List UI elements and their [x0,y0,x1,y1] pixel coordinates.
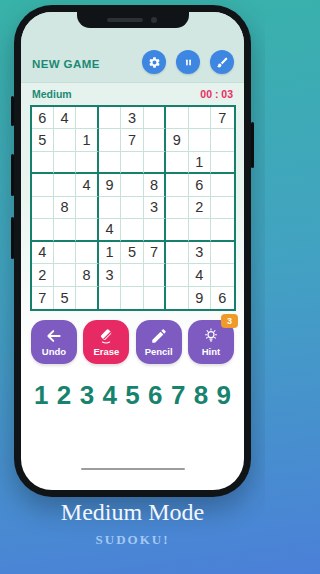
cell-r3c6[interactable] [144,152,166,174]
numpad-7[interactable]: 7 [171,379,185,411]
speaker-slot [107,18,143,22]
timer: 00 : 03 [200,88,233,100]
cell-r4c9[interactable] [211,174,233,196]
cell-r1c9[interactable]: 7 [211,107,233,129]
cell-r2c1[interactable]: 5 [32,129,54,151]
cell-r5c2[interactable]: 8 [54,197,76,219]
undo-label: Undo [42,346,66,357]
pencil-button[interactable]: Pencil [136,320,182,364]
cell-r7c5[interactable]: 5 [121,242,143,264]
undo-button[interactable]: Undo [31,320,77,364]
cell-r5c8[interactable]: 2 [189,197,211,219]
cell-r7c2[interactable] [54,242,76,264]
power-button [251,122,254,168]
numpad-5[interactable]: 5 [125,379,139,411]
cell-r4c1[interactable] [32,174,54,196]
brush-icon [216,56,229,69]
cell-r7c4[interactable]: 1 [99,242,121,264]
cell-r9c9[interactable]: 6 [211,287,233,309]
cell-r7c1[interactable]: 4 [32,242,54,264]
cell-r4c6[interactable]: 8 [144,174,166,196]
cell-r5c7[interactable] [166,197,188,219]
lightbulb-icon [202,327,220,345]
cell-r7c8[interactable]: 3 [189,242,211,264]
eraser-icon [97,327,115,345]
cell-r5c4[interactable] [99,197,121,219]
page-background: { "game": "sudoku", "position": "64..3..… [0,0,265,574]
cell-r6c9[interactable] [211,219,233,241]
cell-r1c5[interactable]: 3 [121,107,143,129]
undo-arrow-icon [45,327,63,345]
action-bar: Undo Erase Pencil 3 Hint [21,320,244,364]
cell-r8c4[interactable]: 3 [99,264,121,286]
page-title: NEW GAME [32,58,100,70]
cell-r2c5[interactable]: 7 [121,129,143,151]
cell-r1c1[interactable]: 6 [32,107,54,129]
cell-r2c3[interactable]: 1 [76,129,98,151]
cell-r9c6[interactable] [144,287,166,309]
cell-r4c8[interactable]: 6 [189,174,211,196]
cell-r4c2[interactable] [54,174,76,196]
cell-r9c8[interactable]: 9 [189,287,211,309]
home-indicator[interactable] [81,468,185,470]
hint-count-badge: 3 [221,314,238,328]
pencil-icon [150,327,168,345]
cell-r6c3[interactable] [76,219,98,241]
cell-r7c7[interactable] [166,242,188,264]
cell-r1c6[interactable] [144,107,166,129]
cell-r9c7[interactable] [166,287,188,309]
cell-r2c8[interactable] [189,129,211,151]
cell-r1c3[interactable] [76,107,98,129]
hint-label: Hint [202,346,220,357]
front-camera [151,17,157,23]
numpad-8[interactable]: 8 [194,379,208,411]
pencil-label: Pencil [145,346,173,357]
hint-button[interactable]: 3 Hint [188,320,234,364]
phone-screen: NEW GAME Medium 00 : 03 6437517914986832… [21,12,244,490]
caption-subtitle: SUDOKU! [0,532,265,548]
cell-r4c4[interactable]: 9 [99,174,121,196]
header-buttons [142,50,234,74]
phone-mockup: NEW GAME Medium 00 : 03 6437517914986832… [14,5,251,497]
numpad-1[interactable]: 1 [34,379,48,411]
cell-r7c3[interactable] [76,242,98,264]
cell-r6c1[interactable] [32,219,54,241]
cell-r9c1[interactable]: 7 [32,287,54,309]
cell-r3c9[interactable] [211,152,233,174]
cell-r5c5[interactable] [121,197,143,219]
cell-r6c5[interactable] [121,219,143,241]
cell-r9c2[interactable]: 5 [54,287,76,309]
cell-r8c1[interactable]: 2 [32,264,54,286]
cell-r3c8[interactable]: 1 [189,152,211,174]
cell-r5c3[interactable] [76,197,98,219]
cell-r5c6[interactable]: 3 [144,197,166,219]
cell-r2c7[interactable]: 9 [166,129,188,151]
caption: Medium Mode SUDOKU! [0,499,265,548]
cell-r8c9[interactable] [211,264,233,286]
cell-r3c2[interactable] [54,152,76,174]
cell-r5c1[interactable] [32,197,54,219]
erase-label: Erase [93,346,119,357]
cell-r2c6[interactable] [144,129,166,151]
cell-r1c4[interactable] [99,107,121,129]
cell-r6c4[interactable]: 4 [99,219,121,241]
cell-r2c2[interactable] [54,129,76,151]
cell-r3c4[interactable] [99,152,121,174]
cell-r7c6[interactable]: 7 [144,242,166,264]
numpad-4[interactable]: 4 [102,379,116,411]
numpad-6[interactable]: 6 [148,379,162,411]
cell-r8c7[interactable] [166,264,188,286]
pause-icon [182,56,195,69]
cell-r6c7[interactable] [166,219,188,241]
cell-r4c7[interactable] [166,174,188,196]
cell-r1c2[interactable]: 4 [54,107,76,129]
cell-r8c2[interactable] [54,264,76,286]
cell-r8c6[interactable] [144,264,166,286]
status-bar: Medium 00 : 03 [21,83,244,105]
numpad-2[interactable]: 2 [57,379,71,411]
phone-notch [77,12,189,28]
cell-r3c7[interactable] [166,152,188,174]
numpad-3[interactable]: 3 [80,379,94,411]
cell-r2c4[interactable] [99,129,121,151]
cell-r3c5[interactable] [121,152,143,174]
cell-r8c5[interactable] [121,264,143,286]
cell-r2c9[interactable] [211,129,233,151]
difficulty-label: Medium [32,88,72,100]
settings-button[interactable] [142,50,166,74]
pause-button[interactable] [176,50,200,74]
cell-r7c9[interactable] [211,242,233,264]
cell-r6c6[interactable] [144,219,166,241]
gear-icon [148,56,161,69]
sudoku-grid: 643751791498683244157328347596 [30,105,236,311]
theme-button[interactable] [210,50,234,74]
cell-r9c5[interactable] [121,287,143,309]
cell-r3c3[interactable] [76,152,98,174]
cell-r1c7[interactable] [166,107,188,129]
cell-r4c5[interactable] [121,174,143,196]
cell-r8c3[interactable]: 8 [76,264,98,286]
cell-r5c9[interactable] [211,197,233,219]
cell-r8c8[interactable]: 4 [189,264,211,286]
cell-r3c1[interactable] [32,152,54,174]
numpad-9[interactable]: 9 [217,379,231,411]
cell-r4c3[interactable]: 4 [76,174,98,196]
cell-r1c8[interactable] [189,107,211,129]
erase-button[interactable]: Erase [83,320,129,364]
cell-r6c2[interactable] [54,219,76,241]
numpad: 123456789 [21,379,244,411]
cell-r9c4[interactable] [99,287,121,309]
caption-title: Medium Mode [0,499,265,525]
cell-r9c3[interactable] [76,287,98,309]
cell-r6c8[interactable] [189,219,211,241]
